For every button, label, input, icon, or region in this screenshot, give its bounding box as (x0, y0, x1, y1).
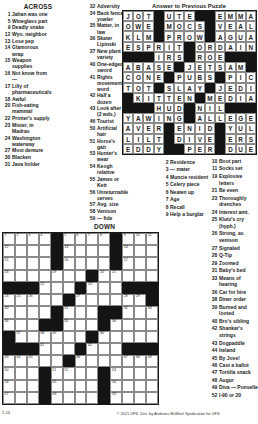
puzzle-cell[interactable]: 27 (75, 294, 87, 306)
answer-cell-black (184, 42, 194, 52)
answer-letter: N (185, 124, 193, 132)
puzzle-cell-black (110, 245, 122, 257)
puzzle-cell[interactable] (27, 392, 39, 404)
answer-cell: I (205, 103, 215, 113)
answer-letter: V (134, 124, 142, 132)
answer-cell: E (195, 62, 205, 72)
puzzle-cell[interactable] (134, 270, 146, 282)
clue-text: Blacken (12, 154, 50, 160)
puzzle-cell[interactable] (110, 343, 122, 355)
clue: 38Diner order (210, 296, 258, 303)
answer-cell: T (174, 42, 184, 52)
crossword-page: ACROSS 1Jahan was one5Wineglass part9Dea… (0, 0, 258, 424)
clue-number: 1 (2, 11, 12, 17)
answer-cell: L (123, 134, 133, 144)
puzzle-cell[interactable]: 4 (39, 233, 51, 245)
puzzle-cell[interactable] (75, 392, 87, 404)
puzzle-cell[interactable]: 56 (110, 380, 122, 392)
puzzle-cell[interactable]: 13 (63, 245, 75, 257)
answer-cell: N (184, 93, 194, 103)
clue: 11Socks set (210, 165, 258, 172)
answer-cell: P (174, 72, 184, 82)
puzzle-cell[interactable] (15, 319, 27, 331)
puzzle-cell[interactable] (75, 319, 87, 331)
puzzle-cell[interactable]: 21 (110, 270, 122, 282)
puzzle-cell[interactable] (63, 282, 75, 294)
clue-text: Socks set (219, 165, 258, 172)
clue-text: Look after (2 wds.) (97, 105, 124, 117)
puzzle-cell[interactable] (39, 245, 51, 257)
answer-cell: J (123, 11, 133, 21)
puzzle-cell[interactable] (146, 245, 158, 257)
answer-cell: A (184, 83, 194, 93)
clue-number: 50 (88, 125, 97, 137)
clue: 12Wyo. neighbor (2, 31, 86, 37)
clue-number: 3 (161, 166, 170, 173)
puzzle-cell[interactable] (27, 331, 39, 343)
clue-number: 12 (2, 31, 12, 37)
puzzle-cell[interactable] (122, 367, 134, 379)
puzzle-cell[interactable] (134, 306, 146, 318)
answer-cell-black (174, 144, 184, 154)
answer-cell: A (225, 62, 235, 72)
answer-cell: G (225, 31, 235, 41)
puzzle-cell[interactable] (75, 257, 87, 269)
puzzle-cell-black (39, 367, 51, 379)
answer-cell-black (123, 93, 133, 103)
puzzle-cell[interactable] (27, 319, 39, 331)
puzzle-cell[interactable] (51, 355, 63, 367)
puzzle-cell[interactable]: 32 (122, 306, 134, 318)
puzzle-cell[interactable]: 58 (51, 392, 63, 404)
clue: 31Baby's bed (210, 267, 258, 274)
puzzle-cell[interactable]: 36 (110, 319, 122, 331)
clue-text: New plant variety (97, 48, 124, 60)
puzzle-cell[interactable]: 18 (3, 270, 15, 282)
clue-number: 28 (210, 252, 219, 259)
cell-number: 7 (88, 234, 90, 238)
answer-letter: C (124, 73, 132, 81)
puzzle-cell[interactable]: 35 (63, 319, 75, 331)
cell-number: 29 (136, 295, 140, 299)
clue-text: Baby's bed (219, 267, 258, 274)
answer-letter: R (155, 43, 163, 51)
answer-letter: E (226, 114, 234, 122)
puzzle-cell[interactable] (63, 331, 75, 343)
clue-number: 57 (88, 201, 97, 207)
cell-number: 27 (76, 295, 80, 299)
puzzle-cell[interactable] (86, 355, 98, 367)
answer-cell: T (123, 83, 133, 93)
answer-cell: O (184, 31, 194, 41)
puzzle-cell[interactable] (146, 367, 158, 379)
answer-cell-black (215, 72, 225, 82)
answer-cell: W (133, 21, 143, 31)
clue-text: Explosive letters (219, 173, 258, 186)
cell-number: 21 (112, 271, 116, 275)
clue-text: Tortilla snack (219, 369, 258, 376)
answer-cell: E (225, 83, 235, 93)
answer-letter: S (247, 135, 255, 143)
cell-number: 59 (112, 393, 116, 397)
clue-number: 38 (210, 296, 219, 303)
clue-number: 58 (88, 208, 97, 214)
puzzle-cell[interactable]: 48 (134, 355, 146, 367)
answer-cell: R (154, 123, 164, 133)
puzzle-cell[interactable]: 54 (3, 380, 15, 392)
cell-number: 53 (112, 369, 116, 373)
puzzle-cell[interactable]: 39 (51, 331, 63, 343)
puzzle-cell[interactable]: 40 (98, 331, 110, 343)
answer-letter: U (237, 145, 245, 153)
clue: 46Cast a ballot (210, 362, 258, 369)
clue-number: 47 (210, 369, 219, 376)
puzzle-cell[interactable] (146, 257, 158, 269)
clue-number: 43 (210, 340, 219, 347)
answer-cell: O (133, 11, 143, 21)
puzzle-cell-black (98, 380, 110, 392)
puzzle-cell[interactable] (146, 319, 158, 331)
puzzle-cell[interactable]: 23 (86, 282, 98, 294)
clue: 24Washington waterway (2, 135, 86, 147)
clue-text: Burned and looted (219, 304, 258, 317)
answer-cell: V (133, 123, 143, 133)
answer-cell: W (195, 31, 205, 41)
puzzle-cell[interactable] (27, 257, 39, 269)
answer-letter: A (237, 22, 245, 30)
clue-text: Neaten up (170, 189, 209, 196)
puzzle-cell[interactable] (98, 355, 110, 367)
answer-cell: O (133, 83, 143, 93)
puzzle-cell[interactable] (146, 392, 158, 404)
puzzle-cell-black (86, 331, 98, 343)
puzzle-cell[interactable]: 45 (27, 355, 39, 367)
clue: 23Thoroughly drenches (210, 195, 258, 208)
puzzle-cell[interactable]: 17 (122, 257, 134, 269)
puzzle-cell[interactable] (122, 392, 134, 404)
answer-letter: E (216, 53, 224, 61)
puzzle-cell[interactable]: 22 (39, 282, 51, 294)
answer-letter: E (216, 12, 224, 20)
clue-text: Interest amt. (219, 209, 258, 216)
puzzle-cell[interactable]: 57 (3, 392, 15, 404)
answer-letter: D (134, 145, 142, 153)
clue-number: 53 (88, 150, 97, 162)
cell-number: 22 (40, 283, 44, 287)
puzzle-cell[interactable] (39, 270, 51, 282)
answer-cell: K (133, 93, 143, 103)
puzzle-cell[interactable] (122, 380, 134, 392)
puzzle-cell[interactable] (75, 380, 87, 392)
clue: 26Strong, as venison (210, 230, 258, 243)
puzzle-cell[interactable] (110, 355, 122, 367)
puzzle-cell[interactable] (15, 257, 27, 269)
answer-letter: E (185, 12, 193, 20)
clue: 40Bro's sibling (210, 318, 258, 325)
answer-letter: A (247, 12, 255, 20)
puzzle-cell[interactable] (75, 270, 87, 282)
answer-cell-black (215, 144, 225, 154)
puzzle-cell[interactable]: 52 (63, 367, 75, 379)
puzzle-cell[interactable] (15, 245, 27, 257)
puzzle-cell[interactable] (15, 392, 27, 404)
answer-cell: U (236, 31, 246, 41)
puzzle-cell[interactable]: 2 (15, 233, 27, 245)
puzzle-cell[interactable] (146, 331, 158, 343)
puzzle-cell[interactable] (63, 270, 75, 282)
puzzle-cell[interactable] (15, 367, 27, 379)
puzzle-cell[interactable] (27, 380, 39, 392)
puzzle-cell[interactable]: 11 (146, 233, 158, 245)
puzzle-cell[interactable] (122, 331, 134, 343)
puzzle-cell[interactable] (110, 282, 122, 294)
puzzle-cell[interactable] (86, 319, 98, 331)
puzzle-cell[interactable]: 37 (15, 331, 27, 343)
puzzle-cell[interactable]: 34 (3, 319, 15, 331)
clue: 36Car for hire (210, 289, 258, 296)
answer-cell: N (143, 72, 153, 82)
puzzle-cell[interactable] (27, 306, 39, 318)
puzzle-cell[interactable]: 51 (51, 367, 63, 379)
clue-number: 15 (2, 57, 12, 69)
puzzle-cell[interactable] (146, 270, 158, 282)
clue-number: 9 (161, 211, 170, 218)
answer-letter: E (196, 145, 204, 153)
answer-cell: L (246, 123, 256, 133)
puzzle-cell[interactable]: 50 (3, 367, 15, 379)
answer-cell: V (215, 21, 225, 31)
puzzle-cell[interactable]: 59 (110, 392, 122, 404)
puzzle-cell[interactable]: 8 (98, 233, 110, 245)
puzzle-cell[interactable]: 26 (27, 294, 39, 306)
answer-cell-black (133, 103, 143, 113)
puzzle-cell[interactable] (75, 367, 87, 379)
puzzle-cell-black (75, 343, 87, 355)
answer-letter: L (216, 104, 224, 112)
puzzle-cell[interactable]: 53 (110, 367, 122, 379)
puzzle-cell[interactable]: 3 (27, 233, 39, 245)
cell-number: 8 (100, 234, 102, 238)
puzzle-cell[interactable] (86, 306, 98, 318)
puzzle-cell[interactable] (98, 282, 110, 294)
answer-cell: T (143, 11, 153, 21)
puzzle-cell[interactable]: 24 (3, 294, 15, 306)
puzzle-cell[interactable]: 46 (75, 355, 87, 367)
answer-cell-black (184, 52, 194, 62)
answer-cell: G (236, 113, 246, 123)
puzzle-cell[interactable]: 33 (146, 306, 158, 318)
puzzle-cell[interactable]: 6 (75, 233, 87, 245)
puzzle-cell[interactable] (134, 245, 146, 257)
puzzle-cell[interactable] (146, 380, 158, 392)
puzzle-cell[interactable]: 19 (51, 270, 63, 282)
answer-letter: I (185, 135, 193, 143)
puzzle-cell-black (146, 343, 158, 355)
clue-number: 20 (2, 102, 12, 114)
puzzle-cell[interactable]: 49 (146, 355, 158, 367)
answer-cell: I (246, 83, 256, 93)
puzzle-cell[interactable] (122, 270, 134, 282)
clue-number: 48 (210, 377, 219, 384)
clue-text: Half a dozen (97, 92, 124, 104)
puzzle-cell[interactable]: 42 (86, 343, 98, 355)
clue-text: Lilly of pharmaceuticals (12, 83, 50, 95)
across-clues-32-59: 32Adversity34Back fence yowler35Matter, … (88, 3, 124, 221)
puzzle-cell[interactable] (110, 294, 122, 306)
answer-letter: E (124, 145, 132, 153)
answer-letter: C (247, 73, 255, 81)
puzzle-cell[interactable] (51, 294, 63, 306)
puzzle-cell[interactable] (86, 380, 98, 392)
clue: 7Age (161, 196, 209, 203)
puzzle-cell[interactable]: 7 (86, 233, 98, 245)
clue-text: Not know from — (12, 70, 50, 82)
puzzle-cell[interactable] (63, 343, 75, 355)
answer-cell: O (195, 42, 205, 52)
puzzle-cell[interactable] (39, 257, 51, 269)
answer-letter: K (124, 32, 132, 40)
puzzle-cell[interactable]: 47 (122, 355, 134, 367)
puzzle-cell[interactable] (51, 282, 63, 294)
answer-letter: G (226, 32, 234, 40)
clue: 5Celery piece (161, 181, 209, 188)
puzzle-cell[interactable]: 31 (63, 306, 75, 318)
answer-cell: D (174, 134, 184, 144)
puzzle-cell[interactable] (75, 306, 87, 318)
puzzle-cell[interactable] (51, 343, 63, 355)
clue-number: 27 (2, 147, 12, 153)
clue-number: 55 (88, 176, 97, 188)
puzzle-cell[interactable] (86, 245, 98, 257)
clue: 41Rights movement word (88, 74, 124, 92)
puzzle-cell[interactable] (39, 306, 51, 318)
puzzle-cell[interactable] (134, 380, 146, 392)
answer-cell: U (184, 72, 194, 82)
puzzle-cell[interactable] (110, 331, 122, 343)
puzzle-cell[interactable] (134, 319, 146, 331)
puzzle-cell[interactable]: 15 (3, 257, 15, 269)
puzzle-cell[interactable]: 14 (122, 245, 134, 257)
puzzle-cell[interactable] (86, 392, 98, 404)
cell-number: 13 (64, 246, 68, 250)
puzzle-cell[interactable] (134, 367, 146, 379)
puzzle-cell[interactable]: 43 (3, 355, 15, 367)
puzzle-cell[interactable]: 16 (63, 257, 75, 269)
puzzle-cell[interactable]: 29 (134, 294, 146, 306)
puzzle-cell[interactable] (86, 294, 98, 306)
answer-cell: A (215, 31, 225, 41)
answer-cell-black (246, 52, 256, 62)
answer-letter: I (165, 43, 173, 51)
puzzle-cell[interactable]: 44 (15, 355, 27, 367)
clue: 44Ireland (210, 347, 258, 354)
puzzle-cell[interactable] (134, 331, 146, 343)
cell-number: 14 (124, 246, 128, 250)
clue-text: Diner order (219, 296, 258, 303)
answer-cell: A (236, 21, 246, 31)
puzzle-cell[interactable] (122, 319, 134, 331)
answer-cell-black (195, 93, 205, 103)
puzzle-cell[interactable]: 12 (3, 245, 15, 257)
puzzle-cell[interactable]: 28 (122, 294, 134, 306)
clue-text: Artificial hair (97, 125, 124, 137)
puzzle-cell[interactable] (27, 245, 39, 257)
answer-letter: R (196, 53, 204, 61)
answer-cell: R (236, 134, 246, 144)
clue-number: 22 (2, 115, 12, 121)
puzzle-cell[interactable] (15, 270, 27, 282)
answer-letter: O (196, 43, 204, 51)
answer-cell: E (215, 11, 225, 21)
puzzle-cell[interactable] (98, 257, 110, 269)
puzzle-cell[interactable] (86, 367, 98, 379)
puzzle-cell[interactable] (63, 380, 75, 392)
puzzle-cell[interactable] (134, 257, 146, 269)
puzzle-cell[interactable]: 10 (134, 233, 146, 245)
puzzle-cell[interactable] (75, 331, 87, 343)
puzzle-cell[interactable] (39, 355, 51, 367)
puzzle-cell[interactable] (15, 306, 27, 318)
puzzle-cell[interactable] (27, 270, 39, 282)
clue: 35Matter, in law (88, 22, 124, 34)
puzzle-cell[interactable] (39, 294, 51, 306)
answer-letter: J (185, 63, 193, 71)
puzzle-cell[interactable] (98, 245, 110, 257)
puzzle-cell-black (3, 331, 15, 343)
answer-cell: E (154, 72, 164, 82)
puzzle-cell[interactable] (27, 367, 39, 379)
puzzle-cell[interactable] (86, 257, 98, 269)
puzzle-cell[interactable]: 9 (122, 233, 134, 245)
answer-cell: U (164, 11, 174, 21)
clue-number: 26 (210, 230, 219, 243)
puzzle-cell[interactable] (98, 343, 110, 355)
clue-text: Avg. size (97, 201, 124, 207)
answer-letter: G (175, 114, 183, 122)
puzzle-cell[interactable]: 25 (15, 294, 27, 306)
puzzle-cell[interactable] (75, 245, 87, 257)
answer-letter: U (237, 124, 245, 132)
puzzle-cell[interactable]: 20 (98, 270, 110, 282)
clue-text: Car for hire (219, 289, 258, 296)
puzzle-cell[interactable]: 38 (39, 331, 51, 343)
answer-letter: S (175, 53, 183, 61)
answer-cell: I (164, 42, 174, 52)
puzzle-cell[interactable] (98, 294, 110, 306)
puzzle-cell[interactable]: 55 (51, 380, 63, 392)
answer-cell: S (174, 52, 184, 62)
puzzle-cell[interactable]: 41 (39, 343, 51, 355)
answer-letter: R (175, 32, 183, 40)
puzzle-cell[interactable]: 1 (3, 233, 15, 245)
answer-cell: Y (195, 83, 205, 93)
clue-number: 32 (88, 3, 97, 9)
clue: 30Blacken (2, 154, 86, 160)
puzzle-cell[interactable]: 30 (3, 306, 15, 318)
puzzle-cell[interactable] (63, 392, 75, 404)
clue: 37New plant variety (88, 48, 124, 60)
answer-letter: O (185, 32, 193, 40)
clue-text: Awful (12, 96, 50, 102)
clue-text: By Jove! (219, 355, 258, 362)
across-clues-1-31: 1Jahan was one5Wineglass part9Deadly sna… (2, 11, 86, 167)
puzzle-cell[interactable] (15, 380, 27, 392)
clue: 2Residence (161, 159, 209, 166)
answer-cell: Y (225, 123, 235, 133)
answer-cell-black (236, 103, 246, 113)
puzzle-cell[interactable]: 5 (63, 233, 75, 245)
puzzle-cell[interactable] (134, 392, 146, 404)
